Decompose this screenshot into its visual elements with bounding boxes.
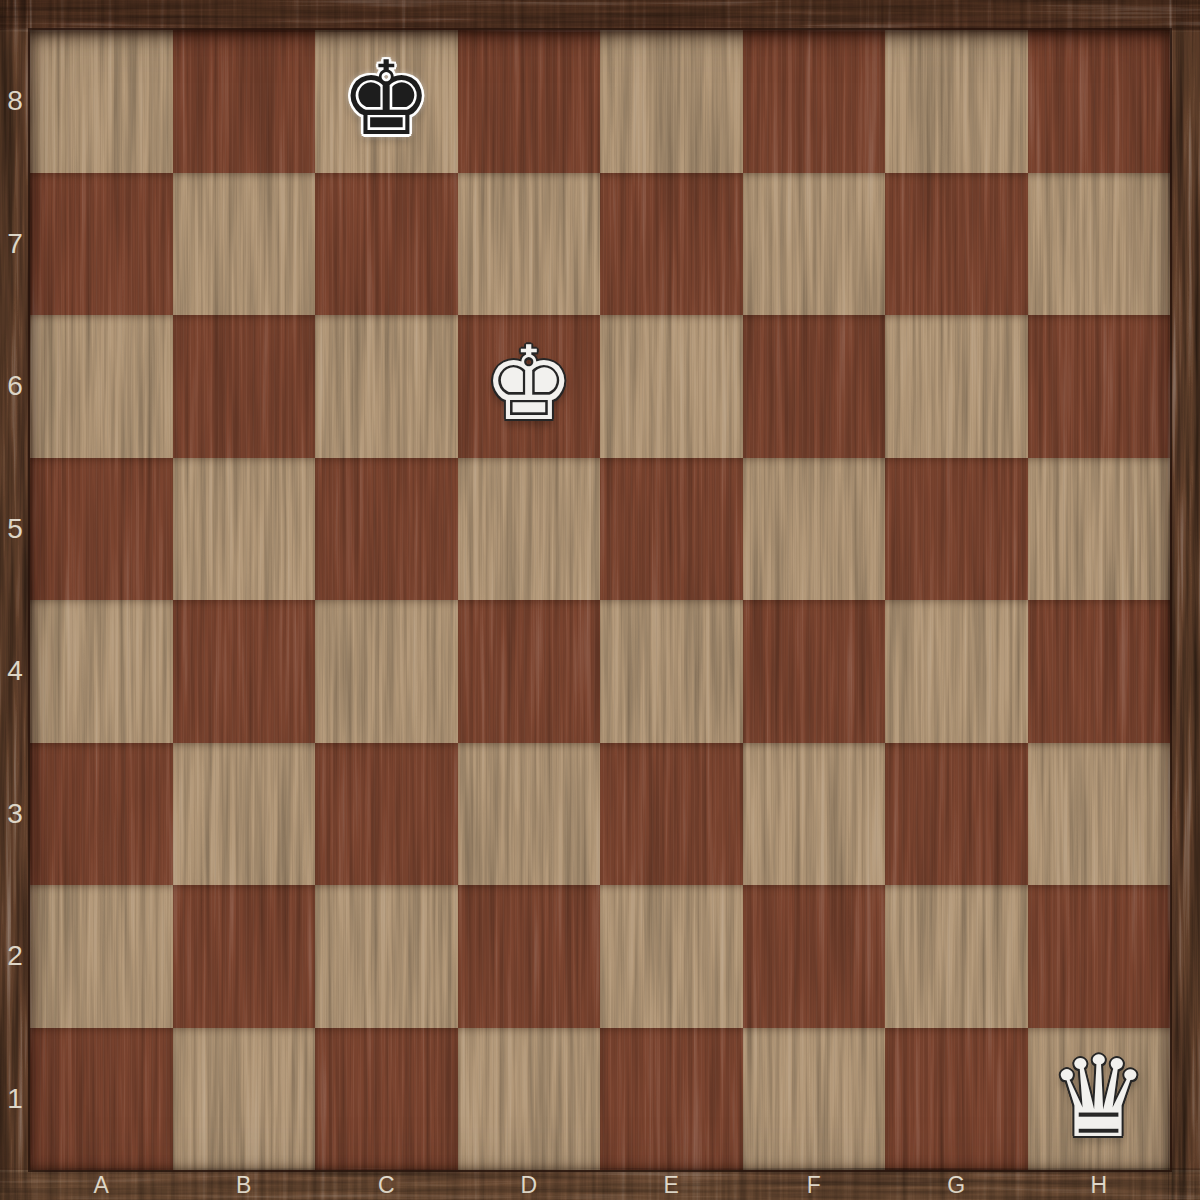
wooden-chess-board-scene: ♚♚♛ 87654321 ABCDEFGH	[0, 0, 1200, 1200]
square-d7[interactable]	[458, 173, 601, 316]
square-b3[interactable]	[173, 743, 316, 886]
square-b1[interactable]	[173, 1028, 316, 1171]
square-a5[interactable]	[30, 458, 173, 601]
square-f5[interactable]	[743, 458, 886, 601]
square-h3[interactable]	[1028, 743, 1171, 886]
square-f2[interactable]	[743, 885, 886, 1028]
square-b5[interactable]	[173, 458, 316, 601]
square-b8[interactable]	[173, 30, 316, 173]
white-king[interactable]: ♚	[483, 333, 574, 435]
rank-label-1: 1	[0, 1028, 30, 1171]
square-f8[interactable]	[743, 30, 886, 173]
square-f4[interactable]	[743, 600, 886, 743]
square-a7[interactable]	[30, 173, 173, 316]
square-e7[interactable]	[600, 173, 743, 316]
rank-label-6: 6	[0, 315, 30, 458]
square-f7[interactable]	[743, 173, 886, 316]
square-d6[interactable]: ♚	[458, 315, 601, 458]
square-h7[interactable]	[1028, 173, 1171, 316]
white-queen[interactable]: ♛	[1049, 1041, 1149, 1153]
square-a8[interactable]	[30, 30, 173, 173]
square-g8[interactable]	[885, 30, 1028, 173]
square-h6[interactable]	[1028, 315, 1171, 458]
square-f6[interactable]	[743, 315, 886, 458]
chess-board: ♚♚♛	[30, 30, 1170, 1170]
square-a1[interactable]	[30, 1028, 173, 1171]
rank-labels: 87654321	[0, 30, 30, 1170]
square-c5[interactable]	[315, 458, 458, 601]
square-d1[interactable]	[458, 1028, 601, 1171]
square-b7[interactable]	[173, 173, 316, 316]
square-h2[interactable]	[1028, 885, 1171, 1028]
square-e6[interactable]	[600, 315, 743, 458]
rank-label-8: 8	[0, 30, 30, 173]
square-h8[interactable]	[1028, 30, 1171, 173]
rank-label-4: 4	[0, 600, 30, 743]
square-h1[interactable]: ♛	[1028, 1028, 1171, 1171]
square-e1[interactable]	[600, 1028, 743, 1171]
board-frame-bottom	[0, 1170, 1200, 1200]
square-g6[interactable]	[885, 315, 1028, 458]
rank-label-3: 3	[0, 743, 30, 886]
square-b4[interactable]	[173, 600, 316, 743]
black-king[interactable]: ♚	[341, 48, 432, 150]
square-c2[interactable]	[315, 885, 458, 1028]
board-frame-top	[0, 0, 1200, 30]
square-d8[interactable]	[458, 30, 601, 173]
square-e8[interactable]	[600, 30, 743, 173]
square-c4[interactable]	[315, 600, 458, 743]
square-b6[interactable]	[173, 315, 316, 458]
square-e2[interactable]	[600, 885, 743, 1028]
square-e5[interactable]	[600, 458, 743, 601]
square-a6[interactable]	[30, 315, 173, 458]
square-c6[interactable]	[315, 315, 458, 458]
square-f1[interactable]	[743, 1028, 886, 1171]
square-b2[interactable]	[173, 885, 316, 1028]
square-c7[interactable]	[315, 173, 458, 316]
rank-label-7: 7	[0, 173, 30, 316]
square-g5[interactable]	[885, 458, 1028, 601]
square-d5[interactable]	[458, 458, 601, 601]
square-a3[interactable]	[30, 743, 173, 886]
square-a4[interactable]	[30, 600, 173, 743]
square-c3[interactable]	[315, 743, 458, 886]
square-h4[interactable]	[1028, 600, 1171, 743]
square-g7[interactable]	[885, 173, 1028, 316]
square-d3[interactable]	[458, 743, 601, 886]
square-g2[interactable]	[885, 885, 1028, 1028]
square-d4[interactable]	[458, 600, 601, 743]
rank-label-5: 5	[0, 458, 30, 601]
square-g4[interactable]	[885, 600, 1028, 743]
square-c8[interactable]: ♚	[315, 30, 458, 173]
square-g3[interactable]	[885, 743, 1028, 886]
square-a2[interactable]	[30, 885, 173, 1028]
square-h5[interactable]	[1028, 458, 1171, 601]
square-e3[interactable]	[600, 743, 743, 886]
square-d2[interactable]	[458, 885, 601, 1028]
square-g1[interactable]	[885, 1028, 1028, 1171]
square-c1[interactable]	[315, 1028, 458, 1171]
square-f3[interactable]	[743, 743, 886, 886]
square-e4[interactable]	[600, 600, 743, 743]
rank-label-2: 2	[0, 885, 30, 1028]
